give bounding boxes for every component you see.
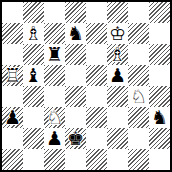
- piece-black-pawn: ♟: [44, 128, 65, 149]
- square-h2[interactable]: [149, 128, 170, 149]
- square-h4[interactable]: [149, 86, 170, 107]
- square-c6[interactable]: ♜: [44, 44, 65, 65]
- piece-white-king: ♔: [107, 23, 128, 44]
- square-h3[interactable]: ♞: [149, 107, 170, 128]
- square-g1[interactable]: [128, 149, 149, 170]
- piece-black-knight: ♞: [65, 23, 86, 44]
- piece-white-bishop: ♗: [23, 23, 44, 44]
- square-f7[interactable]: ♚♔: [107, 23, 128, 44]
- square-d5[interactable]: [65, 65, 86, 86]
- square-e1[interactable]: [86, 149, 107, 170]
- square-g6[interactable]: [128, 44, 149, 65]
- square-d1[interactable]: [65, 149, 86, 170]
- piece-white-bishop: ♗: [107, 44, 128, 65]
- square-c2[interactable]: ♟: [44, 128, 65, 149]
- piece-black-rook: ♜: [44, 44, 65, 65]
- square-b7[interactable]: ♝♗: [23, 23, 44, 44]
- square-f6[interactable]: ♝♗: [107, 44, 128, 65]
- square-d8[interactable]: [65, 2, 86, 23]
- square-a4[interactable]: [2, 86, 23, 107]
- square-d2[interactable]: ♚: [65, 128, 86, 149]
- square-g2[interactable]: [128, 128, 149, 149]
- square-g4[interactable]: ♞♘: [128, 86, 149, 107]
- piece-black-pawn: ♟: [2, 107, 23, 128]
- piece-white-knight: ♘: [128, 86, 149, 107]
- square-e8[interactable]: [86, 2, 107, 23]
- square-e3[interactable]: [86, 107, 107, 128]
- square-h8[interactable]: [149, 2, 170, 23]
- square-a7[interactable]: [2, 23, 23, 44]
- piece-white-rook: ♖: [2, 65, 23, 86]
- square-e6[interactable]: [86, 44, 107, 65]
- square-d7[interactable]: ♞: [65, 23, 86, 44]
- square-c4[interactable]: [44, 86, 65, 107]
- square-c7[interactable]: [44, 23, 65, 44]
- square-e7[interactable]: [86, 23, 107, 44]
- piece-black-pawn: ♟: [107, 65, 128, 86]
- white-knight-fill: ♞: [44, 107, 65, 128]
- square-g5[interactable]: [128, 65, 149, 86]
- piece-black-bishop: ♝: [23, 65, 44, 86]
- square-a6[interactable]: [2, 44, 23, 65]
- square-b8[interactable]: [23, 2, 44, 23]
- square-g7[interactable]: [128, 23, 149, 44]
- square-h1[interactable]: [149, 149, 170, 170]
- square-a3[interactable]: ♟: [2, 107, 23, 128]
- chess-board-grid: ♝♗♞♚♔♜♝♗♜♖♝♟♞♘♟♞♘♞♟♚: [2, 2, 170, 170]
- square-d6[interactable]: [65, 44, 86, 65]
- white-knight-fill: ♞: [128, 86, 149, 107]
- square-a1[interactable]: [2, 149, 23, 170]
- square-g3[interactable]: [128, 107, 149, 128]
- square-b3[interactable]: [23, 107, 44, 128]
- square-f4[interactable]: [107, 86, 128, 107]
- piece-black-knight: ♞: [149, 107, 170, 128]
- piece-white-knight: ♘: [44, 107, 65, 128]
- square-f8[interactable]: [107, 2, 128, 23]
- square-c3[interactable]: ♞♘: [44, 107, 65, 128]
- square-b1[interactable]: [23, 149, 44, 170]
- square-e4[interactable]: [86, 86, 107, 107]
- square-b4[interactable]: [23, 86, 44, 107]
- square-h7[interactable]: [149, 23, 170, 44]
- square-e2[interactable]: [86, 128, 107, 149]
- white-bishop-fill: ♝: [107, 44, 128, 65]
- white-rook-fill: ♜: [2, 65, 23, 86]
- white-bishop-fill: ♝: [23, 23, 44, 44]
- square-b2[interactable]: [23, 128, 44, 149]
- square-g8[interactable]: [128, 2, 149, 23]
- square-f2[interactable]: [107, 128, 128, 149]
- square-a2[interactable]: [2, 128, 23, 149]
- square-a5[interactable]: ♜♖: [2, 65, 23, 86]
- square-c8[interactable]: [44, 2, 65, 23]
- square-d4[interactable]: [65, 86, 86, 107]
- square-f5[interactable]: ♟: [107, 65, 128, 86]
- square-b5[interactable]: ♝: [23, 65, 44, 86]
- piece-black-king: ♚: [65, 128, 86, 149]
- square-b6[interactable]: [23, 44, 44, 65]
- square-a8[interactable]: [2, 2, 23, 23]
- square-h5[interactable]: [149, 65, 170, 86]
- chess-board: ♝♗♞♚♔♜♝♗♜♖♝♟♞♘♟♞♘♞♟♚: [0, 0, 172, 172]
- square-h6[interactable]: [149, 44, 170, 65]
- square-f3[interactable]: [107, 107, 128, 128]
- square-d3[interactable]: [65, 107, 86, 128]
- square-e5[interactable]: [86, 65, 107, 86]
- square-c1[interactable]: [44, 149, 65, 170]
- white-king-fill: ♚: [107, 23, 128, 44]
- square-f1[interactable]: [107, 149, 128, 170]
- square-c5[interactable]: [44, 65, 65, 86]
